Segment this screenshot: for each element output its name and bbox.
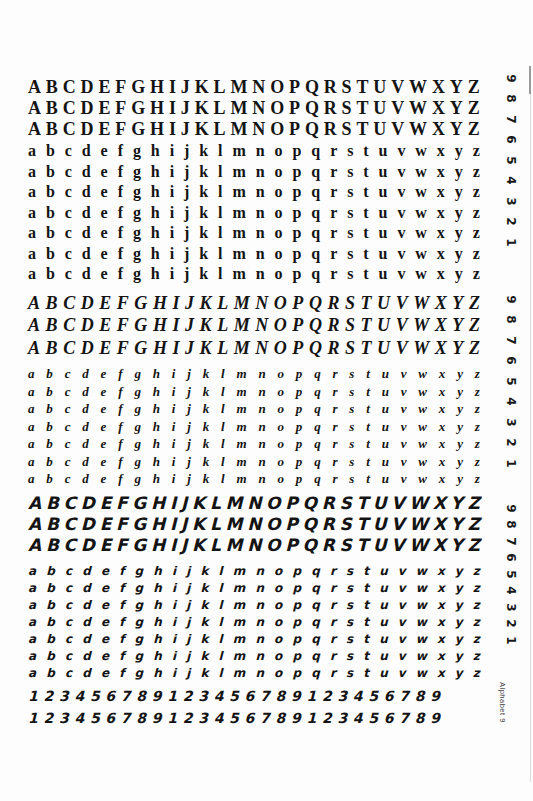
letter-cell: C — [63, 294, 75, 312]
letter-cell: 1 — [167, 689, 177, 703]
letter-cell: g — [133, 266, 141, 282]
letter-cell: l — [219, 599, 223, 611]
letter-row: ABCDEFGHIJKLMNOPQRSTUVWXYZ — [28, 78, 480, 96]
letter-cell: 8 — [276, 711, 286, 725]
letter-cell: f — [118, 164, 123, 180]
letter-cell: F — [116, 495, 128, 512]
letter-cell: s — [346, 633, 353, 645]
letter-cell: R — [327, 294, 339, 312]
letter-cell: H — [153, 294, 167, 312]
letter-row: abcdefghijklmnopqrstuvwxyz — [28, 472, 480, 485]
letter-cell: 2 — [43, 689, 53, 703]
letter-cell: o — [277, 455, 284, 468]
letter-cell: v — [401, 402, 407, 415]
letter-cell: Q — [309, 316, 322, 334]
letter-cell: k — [203, 420, 210, 433]
letter-cell: 3 — [59, 689, 69, 703]
letter-cell: d — [82, 565, 91, 577]
letter-cell: b — [46, 650, 55, 662]
letter-cell: J — [185, 316, 194, 334]
letter-cell: t — [366, 402, 370, 415]
letter-cell: o — [275, 205, 283, 221]
letter-cell: z — [473, 225, 480, 241]
side-digit: 6 — [503, 549, 520, 566]
letter-cell: U — [377, 316, 390, 334]
letter-cell: s — [347, 205, 353, 221]
letter-cell: B — [46, 316, 58, 334]
letter-cell: S — [345, 316, 355, 334]
letter-cell: h — [153, 667, 162, 679]
letter-cell: O — [270, 78, 284, 96]
letter-cell: j — [184, 225, 189, 241]
letter-cell: D — [81, 495, 95, 512]
side-digit: 5 — [503, 152, 520, 169]
letter-cell: t — [363, 164, 368, 180]
letter-cell: C — [64, 516, 76, 533]
letter-cell: c — [65, 184, 72, 200]
letter-cell: q — [311, 633, 320, 645]
letter-cell: l — [219, 633, 223, 645]
letter-cell: i — [172, 616, 176, 628]
letter-cell: H — [150, 120, 164, 138]
letter-cell: A — [28, 339, 40, 357]
letter-cell: p — [292, 143, 301, 159]
side-digit: 6 — [503, 131, 520, 148]
letter-cell: 9 — [291, 689, 301, 703]
letter-row: abcdefghijklmnopqrstuvwxyz — [28, 667, 480, 679]
letter-cell: o — [274, 667, 282, 679]
letter-cell: u — [382, 472, 389, 485]
letter-cell: n — [258, 420, 265, 433]
letter-cell: f — [119, 582, 124, 594]
letter-cell: c — [65, 266, 72, 282]
letter-cell: M — [226, 495, 243, 512]
letter-cell: 1 — [306, 689, 316, 703]
letter-cell: I — [169, 120, 176, 138]
letter-cell: j — [187, 472, 191, 485]
letter-row: abcdefghijklmnopqrstuvwxyz — [28, 164, 480, 180]
letter-cell: w — [415, 225, 427, 241]
letter-cell: O — [266, 495, 280, 512]
letter-cell: I — [172, 316, 179, 334]
letter-cell: x — [439, 385, 446, 398]
letter-cell: D — [81, 99, 94, 117]
letter-row: abcdefghijklmnopqrstuvwxyz — [28, 367, 480, 380]
letter-cell: 6 — [105, 689, 115, 703]
letter-cell: R — [324, 120, 337, 138]
letter-cell: E — [98, 99, 110, 117]
letter-cell: 8 — [136, 711, 146, 725]
letter-cell: b — [46, 184, 55, 200]
letter-cell: k — [200, 650, 208, 662]
letter-cell: b — [46, 246, 55, 262]
letter-cell: V — [391, 78, 404, 96]
letter-cell: o — [277, 420, 284, 433]
letter-cell: v — [398, 582, 406, 594]
letter-cell: N — [252, 78, 265, 96]
letter-cell: v — [401, 472, 407, 485]
letter-cell: Q — [305, 78, 319, 96]
letter-cell: X — [435, 339, 447, 357]
letter-cell: r — [332, 420, 337, 433]
letter-cell: d — [82, 143, 91, 159]
letter-cell: r — [330, 633, 336, 645]
letter-cell: o — [277, 472, 284, 485]
letter-cell: u — [382, 437, 389, 450]
letter-cell: k — [200, 599, 208, 611]
letter-cell: r — [330, 143, 337, 159]
letter-cell: s — [347, 184, 353, 200]
letter-cell: f — [119, 599, 124, 611]
letter-cell: a — [28, 472, 35, 485]
letter-cell: L — [214, 99, 226, 117]
letter-cell: A — [28, 537, 41, 554]
letter-cell: u — [379, 633, 388, 645]
letter-cell: c — [65, 650, 72, 662]
letter-cell: S — [345, 294, 355, 312]
letter-cell: O — [266, 516, 280, 533]
letter-cell: F — [116, 537, 128, 554]
letter-cell: g — [135, 667, 144, 679]
letter-cell: l — [221, 472, 225, 485]
letter-cell: b — [46, 143, 55, 159]
letter-cell: K — [195, 120, 209, 138]
letter-cell: i — [172, 599, 176, 611]
letter-cell: U — [373, 78, 386, 96]
letter-cell: y — [455, 143, 463, 159]
letter-cell: F — [115, 120, 126, 138]
letter-cell: m — [232, 225, 245, 241]
letter-cell: p — [296, 402, 303, 415]
letter-cell: r — [332, 455, 337, 468]
letter-cell: s — [349, 402, 354, 415]
letter-cell: G — [134, 294, 147, 312]
letter-cell: v — [397, 205, 405, 221]
letter-cell: i — [172, 472, 176, 485]
sheet-label: Alphabet 9 — [498, 682, 507, 736]
letter-cell: 7 — [399, 689, 409, 703]
letter-cell: x — [439, 472, 446, 485]
letter-cell: X — [435, 294, 447, 312]
letter-cell: f — [118, 385, 122, 398]
letter-cell: e — [101, 184, 108, 200]
letter-cell: A — [28, 78, 41, 96]
letter-cell: V — [391, 120, 404, 138]
letter-cell: a — [28, 565, 36, 577]
letter-cell: G — [131, 78, 145, 96]
letter-cell: h — [151, 205, 160, 221]
letter-cell: x — [437, 225, 445, 241]
letter-cell: f — [118, 266, 123, 282]
letter-cell: S — [342, 78, 352, 96]
letter-cell: 7 — [121, 711, 131, 725]
letter-cell: c — [65, 616, 72, 628]
letter-cell: o — [275, 225, 283, 241]
side-digit: 9 — [503, 70, 520, 87]
letter-cell: 9 — [430, 711, 440, 725]
letter-cell: o — [274, 565, 282, 577]
letter-cell: n — [255, 633, 264, 645]
letter-cell: j — [184, 164, 189, 180]
letter-cell: d — [82, 633, 91, 645]
letter-cell: u — [379, 205, 388, 221]
letter-cell: t — [363, 616, 369, 628]
letter-cell: 7 — [260, 689, 270, 703]
letter-cell: m — [233, 633, 246, 645]
letter-row: ABCDEFGHIJKLMNOPQRSTUVWXYZ — [28, 316, 480, 334]
letter-cell: d — [82, 616, 91, 628]
letter-cell: E — [99, 316, 111, 334]
side-digit: 9 — [503, 500, 520, 517]
letter-cell: P — [285, 537, 297, 554]
letter-cell: r — [330, 582, 336, 594]
letter-cell: d — [82, 420, 89, 433]
letter-cell: n — [256, 184, 265, 200]
letter-cell: o — [274, 582, 282, 594]
letter-cell: j — [187, 367, 191, 380]
letter-cell: W — [409, 516, 428, 533]
letter-cell: x — [437, 205, 445, 221]
letter-cell: P — [289, 120, 300, 138]
letter-cell: q — [311, 582, 320, 594]
letter-cell: 5 — [90, 711, 100, 725]
letter-cell: P — [285, 495, 297, 512]
letter-cell: I — [169, 78, 176, 96]
letter-cell: c — [65, 225, 72, 241]
letter-row: abcdefghijklmnopqrstuvwxyz — [28, 266, 480, 282]
letter-cell: c — [65, 633, 72, 645]
letter-cell: B — [46, 495, 59, 512]
letter-cell: i — [172, 455, 176, 468]
letter-cell: Y — [450, 120, 463, 138]
letter-cell: t — [366, 455, 370, 468]
letter-cell: i — [172, 385, 176, 398]
letter-cell: p — [292, 565, 301, 577]
letter-cell: Q — [305, 99, 319, 117]
letter-cell: l — [219, 616, 223, 628]
letter-cell: v — [401, 455, 407, 468]
letter-cell: z — [475, 402, 480, 415]
letter-cell: k — [203, 402, 210, 415]
letter-cell: r — [332, 367, 337, 380]
letter-cell: a — [28, 616, 36, 628]
letter-cell: j — [186, 565, 190, 577]
letter-cell: x — [437, 667, 445, 679]
letter-cell: 2 — [322, 711, 332, 725]
letter-cell: x — [437, 616, 445, 628]
letter-cell: r — [330, 599, 336, 611]
letter-cell: P — [289, 99, 300, 117]
letter-cell: w — [415, 246, 427, 262]
letter-cell: S — [339, 495, 351, 512]
letter-cell: j — [186, 616, 190, 628]
letter-cell: X — [433, 495, 446, 512]
letter-cell: h — [151, 143, 160, 159]
letter-cell: S — [339, 537, 351, 554]
letter-cell: 2 — [183, 711, 193, 725]
letter-cell: C — [63, 120, 76, 138]
letter-cell: V — [391, 516, 404, 533]
letter-cell: n — [255, 565, 264, 577]
letter-cell: z — [473, 246, 480, 262]
letter-cell: p — [292, 184, 301, 200]
letter-cell: e — [101, 455, 107, 468]
letter-cell: P — [289, 78, 300, 96]
letter-cell: y — [455, 266, 463, 282]
letter-cell: n — [258, 367, 265, 380]
letter-cell: K — [195, 78, 209, 96]
letter-cell: T — [356, 78, 368, 96]
letter-cell: k — [203, 472, 210, 485]
letter-cell: o — [275, 266, 283, 282]
letter-cell: j — [187, 402, 191, 415]
letter-cell: p — [296, 472, 303, 485]
letter-cell: m — [232, 164, 245, 180]
letter-cell: U — [373, 537, 387, 554]
letter-cell: q — [311, 143, 320, 159]
letter-cell: M — [230, 120, 247, 138]
letter-cell: k — [200, 616, 208, 628]
side-digit: 8 — [503, 90, 520, 107]
letter-cell: q — [314, 367, 321, 380]
letter-cell: w — [416, 650, 427, 662]
letter-cell: l — [219, 582, 223, 594]
letter-cell: O — [274, 339, 287, 357]
letter-cell: m — [236, 455, 246, 468]
letter-cell: j — [187, 437, 191, 450]
letter-cell: d — [82, 437, 89, 450]
letter-cell: Z — [468, 120, 480, 138]
letter-cell: G — [131, 120, 145, 138]
letter-cell: m — [232, 143, 245, 159]
letter-cell: R — [322, 537, 335, 554]
letter-cell: R — [324, 78, 337, 96]
letter-cell: p — [296, 420, 303, 433]
side-digit: 4 — [503, 393, 520, 410]
letter-cell: T — [356, 120, 368, 138]
letter-cell: W — [409, 78, 427, 96]
letter-cell: t — [366, 472, 370, 485]
letter-cell: X — [433, 537, 446, 554]
letter-row: ABCDEFGHIJKLMNOPQRSTUVWXYZ — [28, 495, 480, 512]
letter-cell: D — [81, 516, 95, 533]
letter-cell: E — [100, 537, 112, 554]
letter-cell: d — [82, 599, 91, 611]
letter-cell: T — [356, 495, 368, 512]
letter-cell: T — [356, 99, 368, 117]
letter-cell: n — [256, 246, 265, 262]
letter-cell: z — [473, 633, 480, 645]
letter-cell: b — [46, 472, 53, 485]
side-digit: 7 — [503, 332, 520, 349]
letter-cell: c — [65, 565, 72, 577]
letter-cell: e — [101, 402, 107, 415]
letter-row: abcdefghijklmnopqrstuvwxyz — [28, 582, 480, 594]
letter-cell: o — [274, 616, 282, 628]
letter-cell: n — [258, 385, 265, 398]
letter-cell: 2 — [43, 711, 53, 725]
letter-cell: s — [349, 437, 354, 450]
letter-cell: H — [150, 99, 164, 117]
letter-cell: m — [233, 565, 246, 577]
letter-cell: a — [28, 650, 36, 662]
letter-cell: i — [172, 667, 176, 679]
letter-cell: s — [349, 420, 354, 433]
letter-cell: q — [311, 266, 320, 282]
letter-cell: Z — [469, 339, 480, 357]
letter-cell: b — [46, 455, 53, 468]
letter-cell: b — [46, 367, 53, 380]
letter-cell: Z — [468, 78, 480, 96]
letter-cell: g — [133, 205, 141, 221]
side-digit: 5 — [503, 373, 520, 390]
letter-cell: m — [232, 184, 245, 200]
letter-cell: g — [134, 455, 141, 468]
letter-cell: v — [401, 437, 407, 450]
letter-cell: W — [409, 537, 428, 554]
letter-cell: h — [153, 616, 162, 628]
letter-cell: f — [119, 650, 124, 662]
letter-cell: o — [274, 633, 282, 645]
letter-cell: e — [101, 143, 108, 159]
letter-cell: h — [153, 599, 162, 611]
letter-cell: Y — [452, 316, 463, 334]
letter-cell: y — [455, 205, 463, 221]
letter-cell: z — [473, 650, 480, 662]
letter-cell: g — [134, 367, 141, 380]
letter-cell: a — [28, 582, 36, 594]
letter-cell: l — [221, 385, 225, 398]
letter-cell: v — [398, 599, 406, 611]
letter-cell: Y — [452, 294, 463, 312]
letter-cell: v — [401, 385, 407, 398]
letter-cell: j — [184, 205, 189, 221]
letter-cell: p — [292, 225, 301, 241]
letter-cell: n — [256, 143, 265, 159]
side-digit: 3 — [503, 414, 520, 431]
letter-cell: d — [82, 667, 91, 679]
letter-cell: b — [46, 205, 55, 221]
letter-cell: k — [200, 667, 208, 679]
letter-row: ABCDEFGHIJKLMNOPQRSTUVWXYZ — [28, 339, 480, 357]
letter-cell: u — [379, 164, 388, 180]
letter-cell: c — [65, 164, 72, 180]
letter-cell: q — [311, 667, 320, 679]
letter-cell: q — [311, 205, 320, 221]
letter-cell: J — [181, 516, 187, 533]
letter-cell: f — [118, 367, 122, 380]
letter-cell: j — [186, 582, 190, 594]
letter-cell: K — [192, 537, 205, 554]
letter-cell: t — [363, 667, 369, 679]
letter-cell: M — [230, 78, 247, 96]
letter-cell: e — [101, 164, 108, 180]
letter-cell: v — [397, 143, 405, 159]
letter-cell: E — [98, 120, 110, 138]
letter-cell: i — [172, 565, 176, 577]
letter-cell: r — [330, 184, 337, 200]
letter-row: abcdefghijklmnopqrstuvwxyz — [28, 420, 480, 433]
letter-cell: a — [28, 367, 35, 380]
letter-cell: 7 — [121, 689, 131, 703]
letter-cell: i — [170, 184, 174, 200]
letter-cell: B — [46, 339, 58, 357]
letter-cell: r — [330, 266, 337, 282]
letter-cell: J — [181, 78, 190, 96]
letter-cell: G — [132, 537, 146, 554]
letter-cell: X — [435, 316, 447, 334]
letter-cell: e — [101, 650, 109, 662]
